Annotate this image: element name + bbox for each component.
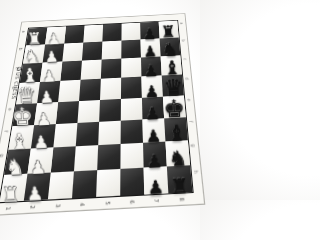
square-d4: [79, 79, 101, 101]
square-d1: ♛: [16, 82, 40, 104]
square-b2: ♟: [43, 44, 65, 63]
black-bishop-piece: ♝: [166, 122, 186, 144]
black-knight-piece: ♞: [168, 148, 188, 170]
square-d7: ♟: [141, 76, 162, 98]
square-b7: ♟: [141, 39, 161, 58]
square-g8: ♞: [165, 140, 190, 166]
photo-backdrop: ✪US CHESS ♜♟♟♜♞♟♟♞♝♟♟♝♛♟♟♛♚♟♟♚♝♟♟♝♞♟♟♞♜♟…: [0, 0, 200, 200]
rank-label-8: 8: [175, 194, 186, 200]
white-pawn-piece: ♟: [37, 110, 53, 127]
square-b6: [121, 40, 141, 59]
square-f6: [121, 119, 143, 144]
square-d5: [100, 78, 121, 100]
white-knight-piece: ♞: [5, 156, 25, 178]
square-b8: ♞: [160, 38, 181, 57]
square-g5: [97, 144, 120, 170]
file-label-right-f: f: [188, 118, 195, 126]
square-f5: [98, 120, 121, 145]
square-c8: ♝: [161, 56, 182, 76]
square-g3: [51, 146, 76, 172]
square-a6: [121, 23, 140, 41]
square-d8: ♛: [162, 75, 184, 96]
white-rook-piece: ♜: [1, 184, 21, 200]
file-label-right-a: a: [179, 20, 185, 26]
square-b5: [102, 41, 122, 60]
black-pawn-piece: ♟: [145, 105, 161, 122]
white-pawn-piece: ♟: [40, 89, 55, 106]
black-pawn-piece: ♟: [146, 128, 162, 146]
file-label-right-h: h: [192, 167, 200, 176]
square-e5: [99, 98, 121, 121]
square-f8: ♝: [164, 117, 188, 141]
square-f7: ♟: [142, 118, 165, 142]
square-f3: [53, 123, 77, 148]
square-h5: [96, 169, 120, 197]
square-e7: ♟: [142, 96, 164, 119]
black-pawn-piece: ♟: [145, 83, 160, 100]
black-pawn-piece: ♟: [147, 179, 164, 198]
square-e6: [121, 97, 143, 120]
square-a2: ♟: [45, 27, 66, 45]
file-label-right-g: g: [190, 141, 197, 150]
square-g4: [74, 145, 98, 171]
square-f4: [76, 121, 99, 146]
white-pawn-piece: ♟: [45, 50, 59, 66]
rank-label-7: 7: [150, 195, 161, 200]
white-king-piece: ♚: [11, 104, 34, 129]
square-e3: [56, 101, 79, 124]
file-label-right-d: d: [184, 75, 191, 82]
rank-label-4: 4: [75, 199, 86, 200]
square-g6: [120, 143, 143, 169]
square-d3: [58, 80, 80, 102]
file-label-right-c: c: [182, 56, 188, 63]
square-a4: [83, 25, 103, 43]
black-pawn-piece: ♟: [147, 152, 164, 171]
rank-label-5: 5: [100, 198, 111, 200]
square-c6: [121, 58, 141, 78]
black-rook-piece: ♜: [170, 175, 190, 197]
square-d6: [121, 77, 142, 99]
square-e4: [77, 100, 100, 123]
file-label-right-b: b: [181, 37, 187, 43]
square-a3: [64, 26, 84, 44]
square-c7: ♟: [141, 57, 162, 77]
square-c1: ♝: [20, 63, 43, 83]
square-g7: ♟: [143, 141, 167, 167]
square-h4: [72, 170, 97, 198]
square-c5: [101, 59, 121, 79]
square-c4: [81, 60, 102, 80]
square-h7: ♟: [144, 166, 169, 194]
square-g2: ♟: [27, 147, 53, 173]
square-a5: [102, 24, 121, 42]
white-bishop-piece: ♝: [9, 130, 29, 152]
chess-board: ✪US CHESS ♜♟♟♜♞♟♟♞♝♟♟♝♛♟♟♛♚♟♟♚♝♟♟♝♞♟♟♞♜♟…: [0, 13, 200, 200]
square-b4: [82, 42, 102, 61]
square-c2: ♟: [40, 62, 62, 82]
square-e1: ♚: [12, 103, 37, 126]
square-a8: ♜: [159, 21, 179, 39]
square-f2: ♟: [31, 124, 56, 149]
square-h8: ♜: [167, 165, 193, 193]
board-grid: ♜♟♟♜♞♟♟♞♝♟♟♝♛♟♟♛♚♟♟♚♝♟♟♝♞♟♟♞♜♟♟♜: [0, 20, 194, 200]
black-pawn-piece: ♟: [143, 27, 157, 42]
white-pawn-piece: ♟: [47, 32, 61, 47]
square-e2: ♟: [34, 102, 58, 125]
file-label-right-e: e: [186, 96, 193, 104]
square-h6: [120, 168, 144, 196]
white-pawn-piece: ♟: [27, 185, 44, 200]
square-h2: ♟: [24, 172, 51, 200]
square-h3: [48, 171, 74, 199]
square-e8: ♚: [163, 95, 186, 118]
black-pawn-piece: ♟: [143, 44, 157, 60]
black-king-piece: ♚: [163, 96, 186, 121]
rank-label-6: 6: [125, 197, 135, 200]
square-a7: ♟: [140, 22, 160, 40]
square-c3: [60, 61, 82, 81]
square-b3: [62, 43, 83, 62]
square-d2: ♟: [37, 81, 60, 103]
white-pawn-piece: ♟: [33, 133, 49, 151]
white-pawn-piece: ♟: [30, 158, 47, 177]
